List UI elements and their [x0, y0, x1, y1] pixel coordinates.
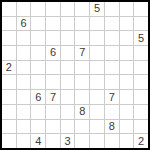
- cell-r6c5[interactable]: [61, 75, 75, 89]
- cell-r2c1[interactable]: [2, 17, 16, 31]
- cell-r4c4-clue: 6: [46, 46, 60, 60]
- cell-r8c9[interactable]: [120, 105, 134, 119]
- cell-r2c8[interactable]: [105, 17, 119, 31]
- cell-r10c7[interactable]: [90, 134, 104, 148]
- cell-r1c1[interactable]: [2, 2, 16, 16]
- cell-r8c10[interactable]: [134, 105, 148, 119]
- cell-r9c2[interactable]: [17, 120, 31, 134]
- cell-r5c5[interactable]: [61, 61, 75, 75]
- cell-r6c8[interactable]: [105, 75, 119, 89]
- cell-r2c9[interactable]: [120, 17, 134, 31]
- cell-r8c8[interactable]: [105, 105, 119, 119]
- cell-r3c8[interactable]: [105, 31, 119, 45]
- cell-r2c6[interactable]: [75, 17, 89, 31]
- cell-r6c2[interactable]: [17, 75, 31, 89]
- cell-r10c3-clue: 4: [31, 134, 45, 148]
- cell-r1c5[interactable]: [61, 2, 75, 16]
- cell-r3c10-clue: 5: [134, 31, 148, 45]
- cell-r6c6[interactable]: [75, 75, 89, 89]
- cell-r9c4[interactable]: [46, 120, 60, 134]
- cell-r5c3[interactable]: [31, 61, 45, 75]
- cell-r5c6[interactable]: [75, 61, 89, 75]
- cell-r6c3[interactable]: [31, 75, 45, 89]
- cell-r4c2[interactable]: [17, 46, 31, 60]
- cell-r4c8[interactable]: [105, 46, 119, 60]
- cell-r9c6[interactable]: [75, 120, 89, 134]
- cell-r8c5[interactable]: [61, 105, 75, 119]
- cell-r2c3[interactable]: [31, 17, 45, 31]
- cell-r5c1-clue: 2: [2, 61, 16, 75]
- cell-r2c4[interactable]: [46, 17, 60, 31]
- cell-r2c2-clue: 6: [17, 17, 31, 31]
- cell-r8c4[interactable]: [46, 105, 60, 119]
- cell-r10c4[interactable]: [46, 134, 60, 148]
- cell-r7c1[interactable]: [2, 90, 16, 104]
- cell-r10c9[interactable]: [120, 134, 134, 148]
- cell-r4c5[interactable]: [61, 46, 75, 60]
- cell-r8c1[interactable]: [2, 105, 16, 119]
- cell-r10c10-clue: 2: [134, 134, 148, 148]
- cell-r8c3[interactable]: [31, 105, 45, 119]
- cell-r1c6[interactable]: [75, 2, 89, 16]
- cell-r3c4[interactable]: [46, 31, 60, 45]
- cell-r1c4[interactable]: [46, 2, 60, 16]
- cell-r1c7-clue: 5: [90, 2, 104, 16]
- cell-r3c9[interactable]: [120, 31, 134, 45]
- cell-r6c7[interactable]: [90, 75, 104, 89]
- cell-r9c9[interactable]: [120, 120, 134, 134]
- cell-r7c8-clue: 7: [105, 90, 119, 104]
- cell-r5c4[interactable]: [46, 61, 60, 75]
- cell-r4c10[interactable]: [134, 46, 148, 60]
- cell-r5c10[interactable]: [134, 61, 148, 75]
- cell-r9c3[interactable]: [31, 120, 45, 134]
- cell-r4c9[interactable]: [120, 46, 134, 60]
- cell-r4c1[interactable]: [2, 46, 16, 60]
- cell-r7c2[interactable]: [17, 90, 31, 104]
- cell-r7c4-clue: 7: [46, 90, 60, 104]
- cell-r7c9[interactable]: [120, 90, 134, 104]
- cell-r3c7[interactable]: [90, 31, 104, 45]
- cell-r8c2[interactable]: [17, 105, 31, 119]
- cell-r6c9[interactable]: [120, 75, 134, 89]
- cell-r6c1[interactable]: [2, 75, 16, 89]
- cell-r10c8[interactable]: [105, 134, 119, 148]
- cell-r10c5-clue: 3: [61, 134, 75, 148]
- cell-r9c5[interactable]: [61, 120, 75, 134]
- cell-r3c1[interactable]: [2, 31, 16, 45]
- cell-r2c7[interactable]: [90, 17, 104, 31]
- cell-r3c2[interactable]: [17, 31, 31, 45]
- cell-r9c10[interactable]: [134, 120, 148, 134]
- cell-r6c4[interactable]: [46, 75, 60, 89]
- cell-r9c8-clue: 8: [105, 120, 119, 134]
- cell-r8c6-clue: 8: [75, 105, 89, 119]
- cell-r6c10[interactable]: [134, 75, 148, 89]
- cell-r4c6-clue: 7: [75, 46, 89, 60]
- cell-r1c8[interactable]: [105, 2, 119, 16]
- puzzle-board: 56567267788432: [0, 0, 150, 150]
- cell-r1c2[interactable]: [17, 2, 31, 16]
- cell-r1c3[interactable]: [31, 2, 45, 16]
- cell-r4c3[interactable]: [31, 46, 45, 60]
- cell-r10c1[interactable]: [2, 134, 16, 148]
- cell-r3c6[interactable]: [75, 31, 89, 45]
- cell-r5c7[interactable]: [90, 61, 104, 75]
- cell-r1c10[interactable]: [134, 2, 148, 16]
- cell-r9c7[interactable]: [90, 120, 104, 134]
- cell-r4c7[interactable]: [90, 46, 104, 60]
- cell-r10c6[interactable]: [75, 134, 89, 148]
- cell-r5c2[interactable]: [17, 61, 31, 75]
- cell-r5c9[interactable]: [120, 61, 134, 75]
- cell-r10c2[interactable]: [17, 134, 31, 148]
- cell-r7c10[interactable]: [134, 90, 148, 104]
- cell-r3c5[interactable]: [61, 31, 75, 45]
- cell-r7c3-clue: 6: [31, 90, 45, 104]
- cell-r5c8[interactable]: [105, 61, 119, 75]
- cell-r7c6[interactable]: [75, 90, 89, 104]
- cell-r2c10[interactable]: [134, 17, 148, 31]
- cell-r9c1[interactable]: [2, 120, 16, 134]
- cell-r8c7[interactable]: [90, 105, 104, 119]
- cell-r2c5[interactable]: [61, 17, 75, 31]
- cell-r3c3[interactable]: [31, 31, 45, 45]
- cell-r7c5[interactable]: [61, 90, 75, 104]
- cell-r7c7[interactable]: [90, 90, 104, 104]
- cell-r1c9[interactable]: [120, 2, 134, 16]
